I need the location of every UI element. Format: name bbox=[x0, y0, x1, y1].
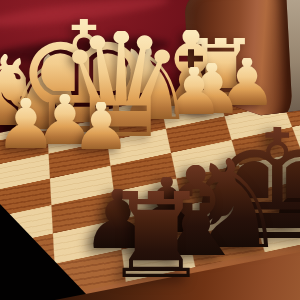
chess-piece-black-rook[interactable]: ♜ bbox=[103, 191, 210, 281]
chessboard-photo-scene: ♞♟♞♟♚♟♛♞♝♟♟♜♟♟♜♟♝♞♚♟ bbox=[0, 0, 300, 300]
chess-pieces-layer: ♞♟♞♟♚♟♛♞♝♟♟♜♟♟♜♟♝♞♚♟ bbox=[0, 0, 300, 300]
chess-piece-white-pawn[interactable]: ♟ bbox=[71, 102, 130, 152]
chess-piece-white-pawn[interactable]: ♟ bbox=[0, 98, 57, 150]
